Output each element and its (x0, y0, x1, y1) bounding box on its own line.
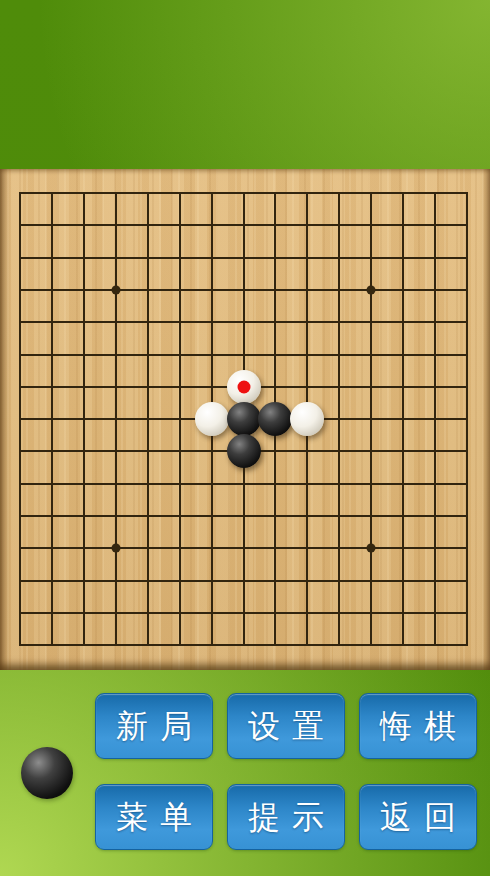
board-intersection[interactable] (228, 209, 260, 241)
board-intersection[interactable] (36, 274, 68, 306)
board-intersection[interactable] (228, 274, 260, 306)
board-intersection[interactable] (196, 306, 228, 338)
board-intersection[interactable] (36, 371, 68, 403)
board-intersection[interactable] (323, 274, 355, 306)
board-intersection[interactable] (323, 177, 355, 209)
board-intersection[interactable] (291, 468, 323, 500)
board-intersection[interactable] (323, 468, 355, 500)
board-intersection[interactable] (291, 177, 323, 209)
white-stone (290, 402, 324, 436)
board-intersection[interactable] (387, 597, 419, 629)
board-intersection[interactable] (451, 306, 483, 338)
board-intersection[interactable] (387, 338, 419, 370)
board-intersection[interactable] (291, 629, 323, 661)
board-intersection[interactable] (132, 274, 164, 306)
board-intersection[interactable] (260, 177, 292, 209)
board-intersection[interactable] (228, 177, 260, 209)
board-intersection[interactable] (164, 532, 196, 564)
board-intersection[interactable] (323, 403, 355, 435)
board-intersection[interactable] (260, 338, 292, 370)
board-intersection[interactable] (68, 274, 100, 306)
board-intersection[interactable] (451, 435, 483, 467)
board-intersection[interactable] (387, 564, 419, 596)
board-intersection[interactable] (100, 338, 132, 370)
board-intersection[interactable] (100, 177, 132, 209)
board-intersection[interactable] (387, 209, 419, 241)
board-intersection[interactable] (291, 564, 323, 596)
board-intersection[interactable] (100, 629, 132, 661)
board-intersection[interactable] (132, 306, 164, 338)
board-intersection[interactable] (100, 500, 132, 532)
board-intersection[interactable] (419, 403, 451, 435)
board-intersection[interactable] (132, 597, 164, 629)
board-intersection[interactable] (196, 532, 228, 564)
board-intersection[interactable] (68, 338, 100, 370)
menu-button[interactable]: 菜单 (95, 784, 213, 850)
board-intersection[interactable] (36, 532, 68, 564)
board-intersection[interactable] (132, 242, 164, 274)
board-intersection[interactable] (164, 403, 196, 435)
board-intersection[interactable] (419, 564, 451, 596)
board-intersection[interactable] (4, 532, 36, 564)
button-panel: 新局 设置 悔棋 菜单 提示 返回 (95, 693, 477, 850)
black-stone (258, 402, 292, 436)
board-intersection[interactable] (260, 564, 292, 596)
board-intersection[interactable] (132, 435, 164, 467)
board-intersection[interactable] (68, 242, 100, 274)
board-intersection[interactable] (4, 629, 36, 661)
board-intersection[interactable] (355, 532, 387, 564)
board-intersection[interactable] (4, 338, 36, 370)
board-intersection[interactable] (228, 597, 260, 629)
board-intersection[interactable] (291, 338, 323, 370)
board-intersection[interactable] (355, 500, 387, 532)
black-stone (227, 434, 261, 468)
star-point (367, 285, 376, 294)
board-intersection[interactable] (355, 274, 387, 306)
board-intersection[interactable] (260, 371, 292, 403)
board-intersection[interactable] (355, 306, 387, 338)
board-intersection[interactable] (100, 274, 132, 306)
board-intersection[interactable] (164, 371, 196, 403)
board-intersection[interactable] (451, 532, 483, 564)
board-intersection[interactable] (132, 532, 164, 564)
board-intersection[interactable] (4, 403, 36, 435)
black-stone (227, 402, 261, 436)
board-intersection[interactable] (68, 629, 100, 661)
board-intersection[interactable] (36, 500, 68, 532)
board-intersection[interactable] (260, 468, 292, 500)
board-intersection[interactable] (451, 629, 483, 661)
board-intersection[interactable] (419, 597, 451, 629)
board-intersection[interactable] (196, 177, 228, 209)
board-intersection[interactable] (260, 532, 292, 564)
back-button[interactable]: 返回 (359, 784, 477, 850)
board-intersection[interactable] (419, 306, 451, 338)
board-intersection[interactable] (323, 629, 355, 661)
board-intersection[interactable] (164, 274, 196, 306)
board-intersection[interactable] (164, 242, 196, 274)
board-intersection[interactable] (323, 500, 355, 532)
board-intersection[interactable] (323, 338, 355, 370)
board-intersection[interactable] (260, 306, 292, 338)
board-intersection[interactable] (451, 468, 483, 500)
last-move-marker (237, 380, 250, 393)
board-intersection[interactable] (291, 242, 323, 274)
board-intersection[interactable] (196, 403, 228, 435)
board-intersection[interactable] (164, 564, 196, 596)
board-intersection[interactable] (132, 177, 164, 209)
board-intersection[interactable] (164, 468, 196, 500)
board-intersection[interactable] (36, 242, 68, 274)
board-intersection[interactable] (68, 468, 100, 500)
board-intersection[interactable] (4, 306, 36, 338)
star-point (111, 285, 120, 294)
board-intersection[interactable] (419, 629, 451, 661)
board-intersection[interactable] (451, 338, 483, 370)
board-intersection[interactable] (260, 242, 292, 274)
star-point (367, 544, 376, 553)
board-intersection[interactable] (4, 274, 36, 306)
board-intersection[interactable] (387, 500, 419, 532)
board-intersection[interactable] (196, 371, 228, 403)
board-intersection[interactable] (68, 435, 100, 467)
board-intersection[interactable] (260, 597, 292, 629)
board-intersection[interactable] (323, 306, 355, 338)
board-intersection[interactable] (387, 177, 419, 209)
board-intersection[interactable] (419, 500, 451, 532)
board-intersection[interactable] (323, 242, 355, 274)
board-intersection[interactable] (355, 403, 387, 435)
board-intersection[interactable] (164, 306, 196, 338)
board-intersection[interactable] (419, 177, 451, 209)
board-intersection[interactable] (132, 629, 164, 661)
board-intersection[interactable] (355, 564, 387, 596)
board-intersection[interactable] (68, 597, 100, 629)
board-intersection[interactable] (100, 306, 132, 338)
board-intersection[interactable] (451, 242, 483, 274)
board-intersection[interactable] (451, 274, 483, 306)
board-intersection[interactable] (419, 532, 451, 564)
board-intersection[interactable] (164, 435, 196, 467)
board-intersection[interactable] (100, 371, 132, 403)
board-intersection[interactable] (355, 597, 387, 629)
board-intersection[interactable] (4, 564, 36, 596)
board-intersection[interactable] (164, 500, 196, 532)
board-intersection[interactable] (260, 403, 292, 435)
board-intersection[interactable] (451, 209, 483, 241)
board-intersection[interactable] (196, 468, 228, 500)
board-intersection[interactable] (132, 403, 164, 435)
board-intersection[interactable] (451, 403, 483, 435)
board-intersection[interactable] (387, 242, 419, 274)
board-intersection[interactable] (228, 371, 260, 403)
board-intersection[interactable] (323, 435, 355, 467)
star-point (111, 544, 120, 553)
board-intersection[interactable] (387, 306, 419, 338)
board-intersection[interactable] (451, 371, 483, 403)
board-intersection[interactable] (4, 371, 36, 403)
white-stone (195, 402, 229, 436)
board-intersection[interactable] (451, 597, 483, 629)
board-intersection[interactable] (36, 338, 68, 370)
board-intersection[interactable] (100, 209, 132, 241)
board-intersection[interactable] (291, 306, 323, 338)
board-intersection[interactable] (132, 338, 164, 370)
board-intersection[interactable] (355, 209, 387, 241)
board-intersection[interactable] (355, 242, 387, 274)
board-intersection[interactable] (291, 532, 323, 564)
board-intersection[interactable] (164, 209, 196, 241)
board-intersection[interactable] (387, 532, 419, 564)
board-intersection[interactable] (132, 500, 164, 532)
board-intersection[interactable] (196, 597, 228, 629)
board-intersection[interactable] (68, 306, 100, 338)
board-intersection[interactable] (36, 177, 68, 209)
board-intersection[interactable] (100, 468, 132, 500)
hint-button[interactable]: 提示 (227, 784, 345, 850)
board-intersection[interactable] (260, 500, 292, 532)
board-intersection[interactable] (387, 629, 419, 661)
board-intersection[interactable] (68, 532, 100, 564)
board-intersection[interactable] (196, 338, 228, 370)
board-intersection[interactable] (228, 564, 260, 596)
board-intersection[interactable] (387, 435, 419, 467)
board-intersection[interactable] (228, 468, 260, 500)
board-intersection[interactable] (419, 209, 451, 241)
board-intersection[interactable] (387, 468, 419, 500)
board-intersection[interactable] (196, 209, 228, 241)
board-intersection[interactable] (100, 597, 132, 629)
board-intersection[interactable] (451, 500, 483, 532)
board-intersection[interactable] (228, 629, 260, 661)
gomoku-board (0, 169, 490, 670)
board-intersection[interactable] (451, 564, 483, 596)
board-intersection[interactable] (68, 500, 100, 532)
board-intersection[interactable] (355, 629, 387, 661)
board-intersection[interactable] (228, 435, 260, 467)
board-intersection[interactable] (132, 371, 164, 403)
board-intersection[interactable] (132, 468, 164, 500)
board-intersection[interactable] (228, 306, 260, 338)
board-intersection[interactable] (196, 629, 228, 661)
board-intersection[interactable] (68, 177, 100, 209)
board-intersection[interactable] (196, 242, 228, 274)
board-intersection[interactable] (419, 371, 451, 403)
board-intersection[interactable] (451, 177, 483, 209)
board-intersection[interactable] (36, 209, 68, 241)
board-intersection[interactable] (323, 209, 355, 241)
board-intersection[interactable] (36, 306, 68, 338)
board-intersection[interactable] (196, 564, 228, 596)
board-intersection[interactable] (228, 403, 260, 435)
board-intersection[interactable] (323, 564, 355, 596)
board-intersection[interactable] (291, 274, 323, 306)
board-intersection[interactable] (419, 338, 451, 370)
board-intersection[interactable] (387, 371, 419, 403)
board-intersection[interactable] (36, 403, 68, 435)
board-intersection[interactable] (323, 597, 355, 629)
board-intersection[interactable] (291, 371, 323, 403)
board-intersection[interactable] (196, 274, 228, 306)
board-intersection[interactable] (68, 564, 100, 596)
undo-button[interactable]: 悔棋 (359, 693, 477, 759)
board-intersection[interactable] (100, 403, 132, 435)
board-intersection[interactable] (4, 435, 36, 467)
board-intersection[interactable] (132, 564, 164, 596)
board-intersection[interactable] (100, 532, 132, 564)
board-intersection[interactable] (419, 435, 451, 467)
board-intersection[interactable] (164, 597, 196, 629)
board-intersection[interactable] (323, 371, 355, 403)
board-intersection[interactable] (36, 629, 68, 661)
board-intersection[interactable] (36, 435, 68, 467)
board-grid (4, 177, 483, 661)
board-intersection[interactable] (4, 209, 36, 241)
board-intersection[interactable] (100, 435, 132, 467)
board-intersection[interactable] (419, 274, 451, 306)
board-intersection[interactable] (323, 532, 355, 564)
board-intersection[interactable] (4, 177, 36, 209)
board-intersection[interactable] (4, 242, 36, 274)
board-intersection[interactable] (291, 597, 323, 629)
board-intersection[interactable] (260, 274, 292, 306)
board-intersection[interactable] (4, 500, 36, 532)
board-intersection[interactable] (228, 500, 260, 532)
board-intersection[interactable] (164, 629, 196, 661)
white-stone (227, 370, 261, 404)
board-intersection[interactable] (355, 371, 387, 403)
board-intersection[interactable] (260, 209, 292, 241)
board-intersection[interactable] (4, 468, 36, 500)
board-intersection[interactable] (228, 338, 260, 370)
board-intersection[interactable] (36, 597, 68, 629)
board-intersection[interactable] (164, 338, 196, 370)
board-intersection[interactable] (196, 435, 228, 467)
board-intersection[interactable] (196, 500, 228, 532)
board-intersection[interactable] (164, 177, 196, 209)
board-intersection[interactable] (260, 629, 292, 661)
board-intersection[interactable] (36, 564, 68, 596)
board-intersection[interactable] (260, 435, 292, 467)
board-intersection[interactable] (4, 597, 36, 629)
board-intersection[interactable] (36, 468, 68, 500)
board-intersection[interactable] (68, 371, 100, 403)
board-intersection[interactable] (419, 468, 451, 500)
board-intersection[interactable] (355, 435, 387, 467)
board-intersection[interactable] (291, 403, 323, 435)
board-intersection[interactable] (355, 468, 387, 500)
board-intersection[interactable] (228, 242, 260, 274)
gomoku-app-screen: 新局 设置 悔棋 菜单 提示 返回 (0, 0, 490, 876)
board-intersection[interactable] (291, 500, 323, 532)
board-intersection[interactable] (355, 177, 387, 209)
board-intersection[interactable] (132, 209, 164, 241)
board-intersection[interactable] (419, 242, 451, 274)
board-intersection[interactable] (68, 403, 100, 435)
board-intersection[interactable] (291, 435, 323, 467)
turn-indicator-stone (21, 747, 73, 799)
board-intersection[interactable] (387, 403, 419, 435)
board-intersection[interactable] (291, 209, 323, 241)
board-intersection[interactable] (355, 338, 387, 370)
new-game-button[interactable]: 新局 (95, 693, 213, 759)
board-intersection[interactable] (100, 564, 132, 596)
board-intersection[interactable] (100, 242, 132, 274)
settings-button[interactable]: 设置 (227, 693, 345, 759)
board-intersection[interactable] (387, 274, 419, 306)
board-intersection[interactable] (68, 209, 100, 241)
board-intersection[interactable] (228, 532, 260, 564)
